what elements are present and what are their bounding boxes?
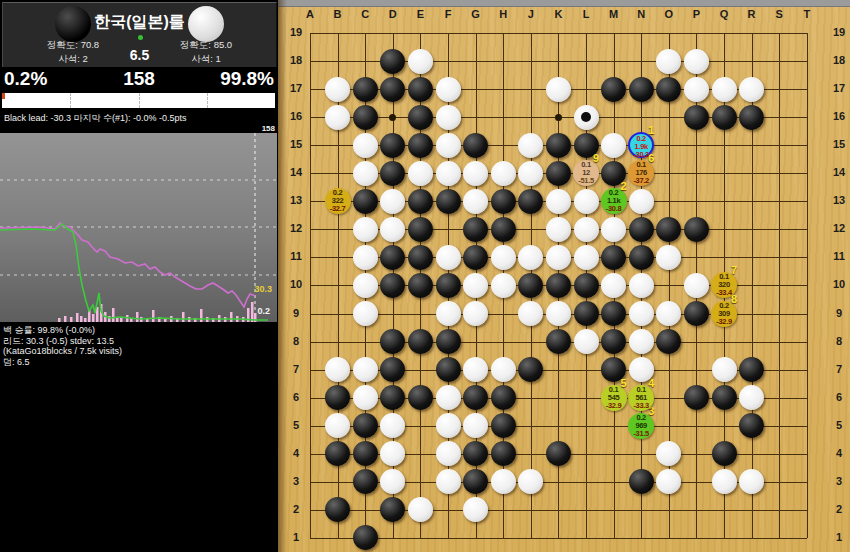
black-stone[interactable]: [601, 329, 626, 354]
black-stone[interactable]: [491, 441, 516, 466]
row-label-left: 11: [284, 250, 308, 262]
white-stone[interactable]: [380, 441, 405, 466]
white-stone[interactable]: [436, 441, 461, 466]
row-label-left: 10: [284, 278, 308, 290]
black-stone[interactable]: [629, 245, 654, 270]
white-stone[interactable]: [463, 273, 488, 298]
col-label-top: Q: [714, 8, 734, 20]
col-label-top: G: [466, 8, 486, 20]
black-stone[interactable]: [491, 385, 516, 410]
rules-title: 한국(일본)룰: [3, 12, 276, 33]
summary-komi: 덤: 6.5: [3, 357, 122, 368]
winrate-graph[interactable]: 30.3 0.2: [0, 133, 277, 322]
white-stone[interactable]: [684, 273, 709, 298]
grid-vline: [779, 33, 780, 538]
white-stone[interactable]: [656, 441, 681, 466]
black-stone[interactable]: [408, 77, 433, 102]
row-label-left: 13: [284, 194, 308, 206]
white-stone[interactable]: [353, 161, 378, 186]
col-label-top: L: [576, 8, 596, 20]
white-stone[interactable]: [463, 189, 488, 214]
go-board[interactable]: A1919B1818C1717D1616E1515F1414G1313H1212…: [278, 0, 850, 552]
white-stone[interactable]: [518, 133, 543, 158]
black-stone[interactable]: [491, 413, 516, 438]
suggestion-stat: -37.2: [628, 177, 654, 185]
col-label-top: R: [742, 8, 762, 20]
black-stone[interactable]: [380, 49, 405, 74]
black-stone[interactable]: [353, 77, 378, 102]
black-stone[interactable]: [353, 469, 378, 494]
row-label-left: 18: [284, 54, 308, 66]
white-stone[interactable]: [656, 301, 681, 326]
white-stone[interactable]: [712, 77, 737, 102]
black-stone[interactable]: [574, 301, 599, 326]
row-label-right: 14: [827, 166, 850, 178]
winrate-end-label: 0.2: [257, 306, 270, 316]
col-label-top: N: [631, 8, 651, 20]
black-stone[interactable]: [353, 105, 378, 130]
white-stone[interactable]: [353, 357, 378, 382]
row-label-right: 9: [827, 307, 850, 319]
score-end-label: 30.3: [254, 284, 272, 294]
black-stone[interactable]: [656, 217, 681, 242]
grid-vline: [807, 33, 808, 538]
white-stone[interactable]: [629, 189, 654, 214]
suggestion-stat: -51.5: [573, 177, 599, 185]
white-stone[interactable]: [380, 217, 405, 242]
row-label-right: 4: [827, 447, 850, 459]
summary-lead: 리드: 30.3 (-0.5) stdev: 13.5: [3, 336, 122, 347]
white-stone[interactable]: [656, 49, 681, 74]
suggestion-rank: 5: [621, 377, 627, 389]
row-label-left: 6: [284, 391, 308, 403]
black-stone[interactable]: [491, 189, 516, 214]
graph-move-label: 158: [262, 124, 275, 133]
white-stone[interactable]: [601, 273, 626, 298]
white-stone[interactable]: [436, 77, 461, 102]
white-player-stone-icon: [188, 6, 224, 42]
row-label-left: 15: [284, 138, 308, 150]
row-label-right: 18: [827, 54, 850, 66]
engine-summary: 백 승률: 99.8% (-0.0%) 리드: 30.3 (-0.5) stde…: [3, 325, 122, 367]
black-stone[interactable]: [408, 133, 433, 158]
white-stone[interactable]: [518, 245, 543, 270]
white-stone[interactable]: [325, 357, 350, 382]
row-label-right: 3: [827, 475, 850, 487]
white-stone[interactable]: [739, 385, 764, 410]
black-stone[interactable]: [739, 357, 764, 382]
summary-winrate: 백 승률: 99.8% (-0.0%): [3, 325, 122, 336]
white-stone[interactable]: [629, 273, 654, 298]
black-stone[interactable]: [408, 385, 433, 410]
white-stone[interactable]: [491, 273, 516, 298]
white-stone[interactable]: [353, 133, 378, 158]
white-stone[interactable]: [518, 301, 543, 326]
white-stone[interactable]: [712, 357, 737, 382]
black-stone[interactable]: [656, 329, 681, 354]
white-stone[interactable]: [436, 385, 461, 410]
black-stone[interactable]: [629, 77, 654, 102]
black-stone[interactable]: [684, 105, 709, 130]
white-stone[interactable]: [380, 469, 405, 494]
white-stone[interactable]: [574, 245, 599, 270]
last-move-marker: [581, 112, 591, 122]
black-stone[interactable]: [380, 329, 405, 354]
star-point: [555, 114, 562, 121]
winrate-bar-tick: [2, 93, 5, 99]
row-label-right: 13: [827, 194, 850, 206]
white-stone[interactable]: [353, 217, 378, 242]
row-label-left: 14: [284, 166, 308, 178]
white-stone[interactable]: [574, 189, 599, 214]
summary-engine: (KataGo18blocks / 7.5k visits): [3, 346, 122, 357]
black-stone[interactable]: [684, 301, 709, 326]
white-stone[interactable]: [353, 245, 378, 270]
black-stone[interactable]: [491, 217, 516, 242]
black-stone[interactable]: [380, 161, 405, 186]
black-stone[interactable]: [353, 441, 378, 466]
black-stone[interactable]: [574, 273, 599, 298]
row-label-right: 6: [827, 391, 850, 403]
white-stone[interactable]: [463, 413, 488, 438]
white-stone[interactable]: [380, 413, 405, 438]
black-stone[interactable]: [629, 469, 654, 494]
row-label-left: 16: [284, 110, 308, 122]
black-stone[interactable]: [601, 77, 626, 102]
col-label-top: P: [686, 8, 706, 20]
black-stone[interactable]: [380, 273, 405, 298]
row-label-left: 1: [284, 531, 308, 543]
black-stone[interactable]: [463, 245, 488, 270]
white-stone[interactable]: [574, 329, 599, 354]
white-stone[interactable]: [574, 105, 599, 130]
col-label-top: K: [548, 8, 568, 20]
black-stone[interactable]: [656, 77, 681, 102]
black-stone[interactable]: [325, 385, 350, 410]
white-stone[interactable]: [436, 469, 461, 494]
col-label-top: C: [355, 8, 375, 20]
row-label-left: 8: [284, 335, 308, 347]
move-suggestion[interactable]: 0.2322-32.7: [325, 188, 351, 214]
row-label-left: 3: [284, 475, 308, 487]
white-stone[interactable]: [574, 217, 599, 242]
winrate-row: 0.2% 158 99.8%: [4, 68, 274, 90]
row-label-right: 2: [827, 503, 850, 515]
black-stone[interactable]: [380, 133, 405, 158]
white-stone[interactable]: [684, 77, 709, 102]
col-label-top: M: [604, 8, 624, 20]
black-stone[interactable]: [436, 329, 461, 354]
white-stone[interactable]: [601, 217, 626, 242]
grid-hline: [310, 538, 807, 539]
row-label-right: 10: [827, 278, 850, 290]
black-stone[interactable]: [436, 357, 461, 382]
white-stone[interactable]: [436, 133, 461, 158]
white-stone[interactable]: [656, 469, 681, 494]
suggestion-stat: -33.3: [628, 402, 654, 410]
suggestion-rank: 1: [648, 124, 654, 136]
white-stone[interactable]: [325, 105, 350, 130]
col-label-top: D: [383, 8, 403, 20]
black-stone[interactable]: [712, 105, 737, 130]
winrate-bar[interactable]: [2, 93, 275, 108]
white-stone[interactable]: [546, 189, 571, 214]
black-stone[interactable]: [546, 273, 571, 298]
row-label-right: 12: [827, 222, 850, 234]
col-label-top: T: [797, 8, 817, 20]
white-stone[interactable]: [546, 245, 571, 270]
col-label-top: J: [521, 8, 541, 20]
black-stone[interactable]: [463, 385, 488, 410]
white-stone[interactable]: [353, 273, 378, 298]
white-stone[interactable]: [739, 469, 764, 494]
row-label-right: 8: [827, 335, 850, 347]
white-stone[interactable]: [436, 105, 461, 130]
black-stone[interactable]: [463, 441, 488, 466]
white-stone[interactable]: [380, 189, 405, 214]
black-stone[interactable]: [684, 385, 709, 410]
suggestion-stat: -32.9: [711, 318, 737, 326]
suggestion-stat: -30.8: [601, 205, 627, 213]
score-lead-line: [0, 223, 255, 307]
row-label-right: 7: [827, 363, 850, 375]
suggestion-rank: 8: [731, 293, 737, 305]
black-stone[interactable]: [380, 77, 405, 102]
white-stone[interactable]: [325, 77, 350, 102]
black-stone[interactable]: [601, 245, 626, 270]
white-winrate-value: 99.8%: [220, 68, 274, 90]
row-label-left: 7: [284, 363, 308, 375]
black-stone[interactable]: [546, 161, 571, 186]
row-label-left: 17: [284, 82, 308, 94]
white-stone[interactable]: [518, 161, 543, 186]
col-label-top: H: [493, 8, 513, 20]
window-top-strip: [278, 0, 850, 7]
black-stone[interactable]: [436, 189, 461, 214]
row-label-right: 5: [827, 419, 850, 431]
white-stone[interactable]: [491, 161, 516, 186]
lead-summary: Black lead: -30.3 마지막 수(#1): -0.0% -0.5p…: [4, 112, 187, 125]
white-stone[interactable]: [739, 77, 764, 102]
white-stone[interactable]: [353, 301, 378, 326]
white-stone[interactable]: [656, 245, 681, 270]
komi-dot-icon: [138, 35, 143, 40]
white-stone[interactable]: [546, 217, 571, 242]
white-stone[interactable]: [325, 413, 350, 438]
player-header: 한국(일본)룰 정확도: 70.8 정확도: 85.0 사석: 2 6.5 사석…: [2, 2, 277, 67]
row-label-right: 17: [827, 82, 850, 94]
suggestion-rank: 2: [621, 180, 627, 192]
black-stone[interactable]: [712, 385, 737, 410]
white-stone[interactable]: [436, 301, 461, 326]
black-stone[interactable]: [353, 413, 378, 438]
row-label-left: 9: [284, 307, 308, 319]
black-stone[interactable]: [518, 189, 543, 214]
col-label-top: A: [300, 8, 320, 20]
white-stone[interactable]: [546, 77, 571, 102]
black-stone[interactable]: [408, 329, 433, 354]
white-stone[interactable]: [408, 49, 433, 74]
white-stone[interactable]: [518, 469, 543, 494]
row-label-right: 11: [827, 250, 850, 262]
white-stone[interactable]: [408, 161, 433, 186]
white-stone[interactable]: [463, 497, 488, 522]
black-stone[interactable]: [408, 189, 433, 214]
black-stone[interactable]: [353, 189, 378, 214]
col-label-top: E: [410, 8, 430, 20]
row-label-right: 1: [827, 531, 850, 543]
white-stone[interactable]: [491, 245, 516, 270]
black-stone[interactable]: [380, 497, 405, 522]
suggestion-rank: 6: [648, 152, 654, 164]
black-stone[interactable]: [380, 245, 405, 270]
white-stone[interactable]: [463, 161, 488, 186]
white-stone[interactable]: [491, 469, 516, 494]
black-stone[interactable]: [546, 329, 571, 354]
col-label-top: B: [328, 8, 348, 20]
suggestion-rank: 7: [731, 264, 737, 276]
black-stone[interactable]: [408, 217, 433, 242]
white-stone[interactable]: [353, 385, 378, 410]
black-stone[interactable]: [546, 133, 571, 158]
black-stone[interactable]: [408, 273, 433, 298]
black-stone[interactable]: [463, 133, 488, 158]
col-label-top: F: [438, 8, 458, 20]
row-label-right: 16: [827, 110, 850, 122]
black-stone[interactable]: [712, 441, 737, 466]
row-label-right: 19: [827, 26, 850, 38]
row-label-left: 2: [284, 503, 308, 515]
white-stone[interactable]: [463, 301, 488, 326]
black-stone[interactable]: [380, 357, 405, 382]
suggestion-rank: 4: [648, 377, 654, 389]
white-stone[interactable]: [684, 49, 709, 74]
white-stone[interactable]: [408, 497, 433, 522]
white-stone[interactable]: [712, 469, 737, 494]
black-stone[interactable]: [325, 497, 350, 522]
black-stone[interactable]: [463, 217, 488, 242]
star-point: [389, 114, 396, 121]
black-stone[interactable]: [353, 525, 378, 550]
white-stone[interactable]: [491, 357, 516, 382]
col-label-top: S: [769, 8, 789, 20]
black-stone[interactable]: [601, 301, 626, 326]
black-stone[interactable]: [436, 273, 461, 298]
white-stone[interactable]: [436, 245, 461, 270]
black-stone[interactable]: [546, 441, 571, 466]
black-stone[interactable]: [408, 105, 433, 130]
white-stone[interactable]: [629, 301, 654, 326]
row-label-left: 12: [284, 222, 308, 234]
black-stone[interactable]: [629, 217, 654, 242]
white-stone[interactable]: [601, 133, 626, 158]
col-label-top: O: [659, 8, 679, 20]
black-stone[interactable]: [739, 413, 764, 438]
suggestion-stat: -31.5: [628, 430, 654, 438]
white-stone[interactable]: [436, 161, 461, 186]
black-stone[interactable]: [463, 469, 488, 494]
black-stone[interactable]: [739, 105, 764, 130]
analysis-panel: 한국(일본)룰 정확도: 70.8 정확도: 85.0 사석: 2 6.5 사석…: [0, 0, 278, 552]
white-stone[interactable]: [436, 413, 461, 438]
winrate-line: [0, 224, 268, 320]
black-stone[interactable]: [380, 385, 405, 410]
suggestion-stat: -32.9: [601, 402, 627, 410]
row-label-left: 5: [284, 419, 308, 431]
row-label-right: 15: [827, 138, 850, 150]
row-label-left: 4: [284, 447, 308, 459]
black-stone[interactable]: [408, 245, 433, 270]
row-label-left: 19: [284, 26, 308, 38]
white-stone[interactable]: [629, 329, 654, 354]
white-stone[interactable]: [546, 301, 571, 326]
black-stone[interactable]: [325, 441, 350, 466]
suggestion-stat: -32.7: [325, 205, 351, 213]
black-stone[interactable]: [518, 357, 543, 382]
suggestion-rank: 9: [593, 152, 599, 164]
black-stone[interactable]: [518, 273, 543, 298]
white-stone[interactable]: [463, 357, 488, 382]
white-captures: 사석: 1: [161, 53, 251, 66]
black-stone[interactable]: [684, 217, 709, 242]
